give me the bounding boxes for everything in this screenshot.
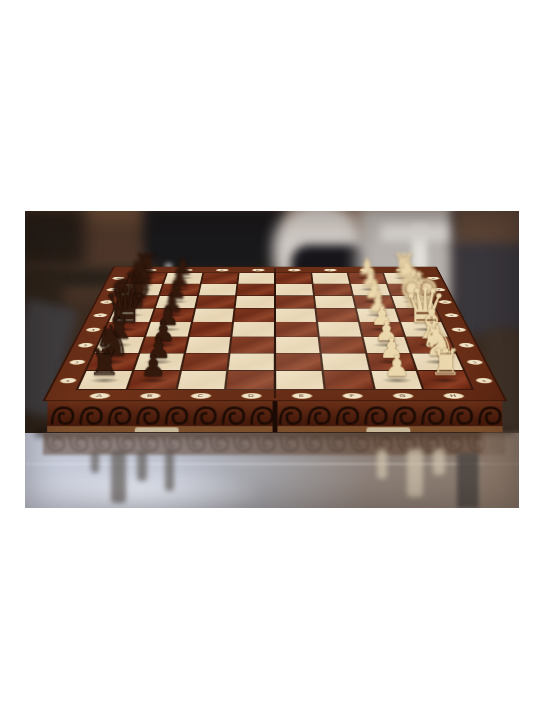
piece-black-pawn-a7: ♟ (107, 351, 200, 380)
square-e4 (276, 309, 316, 322)
square-f5 (236, 296, 274, 308)
square-f4 (276, 296, 314, 308)
square-h3 (312, 273, 349, 283)
scene: AABBCCDDEEFFGGHH8877665544332211 ♜♞♝♛♚♝♞… (25, 211, 519, 508)
square-g4 (276, 284, 313, 295)
chess-set-photo: AABBCCDDEEFFGGHH8877665544332211 ♜♞♝♛♚♝♞… (25, 211, 519, 508)
square-g5 (237, 284, 274, 295)
file-label-far: E (287, 269, 300, 272)
file-label-far: D (251, 269, 264, 272)
file-label-far: H (395, 269, 409, 272)
square-h7 (164, 273, 202, 283)
square-g3 (313, 284, 351, 295)
page: AABBCCDDEEFFGGHH8877665544332211 ♜♞♝♛♚♝♞… (0, 0, 540, 720)
board-front-face (47, 400, 503, 432)
square-g6 (199, 284, 237, 295)
square-h2 (348, 273, 386, 283)
handle-notch (366, 427, 410, 432)
square-h6 (201, 273, 238, 283)
chess-board: AABBCCDDEEFFGGHH8877665544332211 ♜♞♝♛♚♝♞… (45, 267, 505, 400)
handle-notch (135, 427, 179, 432)
file-label-far: A (143, 269, 157, 272)
square-h4 (276, 273, 312, 283)
file-label-far: F (323, 269, 336, 272)
square-e5 (234, 309, 274, 322)
file-label-far: C (215, 269, 228, 272)
piece-white-rook-a1: ♜ (399, 344, 492, 380)
square-h5 (239, 273, 275, 283)
file-label-far: G (359, 269, 373, 272)
file-label-far: B (179, 269, 193, 272)
front-seam-gap (273, 400, 278, 432)
